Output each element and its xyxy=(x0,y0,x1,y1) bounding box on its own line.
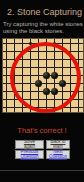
instruction-line-2: using the black stones. xyxy=(3,28,83,35)
previous-question-button[interactable]: Previous Question xyxy=(15,150,44,159)
lesson-title: 2. Stone Capturing xyxy=(0,7,84,18)
solve-again-button[interactable]: Solve again xyxy=(15,140,44,149)
next-question-button[interactable]: Next Question xyxy=(46,150,70,159)
app-screen: 2. Stone Capturing Try capturing the whi… xyxy=(0,0,84,182)
footer-divider xyxy=(0,170,84,171)
result-message: That's correct ! xyxy=(0,126,84,135)
back-to-main-button[interactable]: Back to Main xyxy=(46,140,70,149)
go-board[interactable] xyxy=(2,38,84,113)
nav-button-grid: Solve again Back to Main Previous Questi… xyxy=(15,140,70,159)
capture-highlight-circle xyxy=(10,42,81,113)
